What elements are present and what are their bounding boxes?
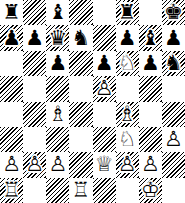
square-a3[interactable] (0, 127, 23, 152)
square-e5[interactable]: ♟♙ (93, 76, 116, 101)
square-b2[interactable]: ♟♙ (23, 152, 46, 177)
square-d7[interactable]: ♞♞ (69, 25, 92, 50)
piece-black-knight-d7[interactable]: ♞ (69, 25, 92, 50)
chess-board-wrap: ♜♜♝♝♜♜♚♚♟♟♟♟♛♛♞♞♟♟♝♝♟♟♟♟♟♟♞♘♟♟♞♞♟♙♝♗♝♗♞♘… (0, 0, 185, 203)
square-g5[interactable] (139, 76, 162, 101)
piece-black-pawn-c6[interactable]: ♟ (46, 51, 69, 76)
square-f5[interactable] (116, 76, 139, 101)
piece-black-king-h8[interactable]: ♚ (162, 0, 185, 25)
square-d1[interactable]: ♜♖ (69, 178, 92, 203)
square-b1[interactable] (23, 178, 46, 203)
square-g6[interactable]: ♟♟ (139, 51, 162, 76)
square-b3[interactable] (23, 127, 46, 152)
piece-black-queen-c7[interactable]: ♛ (46, 25, 69, 50)
square-e7[interactable] (93, 25, 116, 50)
square-e4[interactable] (93, 102, 116, 127)
square-g7[interactable]: ♝♝ (139, 25, 162, 50)
square-h7[interactable]: ♟♟ (162, 25, 185, 50)
piece-black-rook-a8[interactable]: ♜ (0, 0, 23, 25)
piece-black-knight-h6[interactable]: ♞ (162, 51, 185, 76)
piece-black-pawn-h7[interactable]: ♟ (162, 25, 185, 50)
piece-white-rook-d1[interactable]: ♖ (69, 178, 92, 203)
piece-white-pawn-c2[interactable]: ♙ (46, 152, 69, 177)
square-g4[interactable] (139, 102, 162, 127)
square-b8[interactable] (23, 0, 46, 25)
square-c7[interactable]: ♛♛ (46, 25, 69, 50)
square-a4[interactable] (0, 102, 23, 127)
square-d4[interactable] (69, 102, 92, 127)
square-c8[interactable]: ♝♝ (46, 0, 69, 25)
piece-black-bishop-c8[interactable]: ♝ (46, 0, 69, 25)
square-f1[interactable] (116, 178, 139, 203)
square-c2[interactable]: ♟♙ (46, 152, 69, 177)
square-c4[interactable]: ♝♗ (46, 102, 69, 127)
square-h4[interactable] (162, 102, 185, 127)
square-g2[interactable]: ♟♙ (139, 152, 162, 177)
piece-white-pawn-a2[interactable]: ♙ (0, 152, 23, 177)
piece-black-pawn-e6[interactable]: ♟ (93, 51, 116, 76)
piece-black-pawn-g6[interactable]: ♟ (139, 51, 162, 76)
piece-black-pawn-a7[interactable]: ♟ (0, 25, 23, 50)
square-h3[interactable]: ♟♙ (162, 127, 185, 152)
square-f2[interactable]: ♟♙ (116, 152, 139, 177)
square-h8[interactable]: ♚♚ (162, 0, 185, 25)
square-e8[interactable] (93, 0, 116, 25)
square-d8[interactable] (69, 0, 92, 25)
chess-board: ♜♜♝♝♜♜♚♚♟♟♟♟♛♛♞♞♟♟♝♝♟♟♟♟♟♟♞♘♟♟♞♞♟♙♝♗♝♗♞♘… (0, 0, 185, 203)
square-a6[interactable] (0, 51, 23, 76)
square-c5[interactable] (46, 76, 69, 101)
square-d6[interactable] (69, 51, 92, 76)
square-c3[interactable] (46, 127, 69, 152)
piece-white-queen-e2[interactable]: ♕ (93, 152, 116, 177)
square-d2[interactable] (69, 152, 92, 177)
square-e3[interactable] (93, 127, 116, 152)
square-e6[interactable]: ♟♟ (93, 51, 116, 76)
square-a8[interactable]: ♜♜ (0, 0, 23, 25)
square-a5[interactable] (0, 76, 23, 101)
square-f8[interactable]: ♜♜ (116, 0, 139, 25)
square-b6[interactable] (23, 51, 46, 76)
square-a1[interactable]: ♜♖ (0, 178, 23, 203)
piece-white-rook-a1[interactable]: ♖ (0, 178, 23, 203)
square-e1[interactable] (93, 178, 116, 203)
square-d5[interactable] (69, 76, 92, 101)
square-f3[interactable]: ♞♘ (116, 127, 139, 152)
square-g1[interactable]: ♚♔ (139, 178, 162, 203)
square-h5[interactable] (162, 76, 185, 101)
piece-white-pawn-b2[interactable]: ♙ (23, 152, 46, 177)
square-f7[interactable]: ♟♟ (116, 25, 139, 50)
piece-black-bishop-g7[interactable]: ♝ (139, 25, 162, 50)
piece-white-knight-f3[interactable]: ♘ (116, 127, 139, 152)
square-a2[interactable]: ♟♙ (0, 152, 23, 177)
piece-white-pawn-f2[interactable]: ♙ (116, 152, 139, 177)
piece-black-rook-f8[interactable]: ♜ (116, 0, 139, 25)
square-b5[interactable] (23, 76, 46, 101)
square-c6[interactable]: ♟♟ (46, 51, 69, 76)
square-e2[interactable]: ♛♕ (93, 152, 116, 177)
square-b4[interactable] (23, 102, 46, 127)
square-f6[interactable]: ♞♘ (116, 51, 139, 76)
piece-black-pawn-b7[interactable]: ♟ (23, 25, 46, 50)
square-a7[interactable]: ♟♟ (0, 25, 23, 50)
square-g8[interactable] (139, 0, 162, 25)
square-h6[interactable]: ♞♞ (162, 51, 185, 76)
square-f4[interactable]: ♝♗ (116, 102, 139, 127)
piece-white-king-g1[interactable]: ♔ (139, 178, 162, 203)
square-g3[interactable] (139, 127, 162, 152)
square-h1[interactable] (162, 178, 185, 203)
square-c1[interactable] (46, 178, 69, 203)
piece-white-pawn-h3[interactable]: ♙ (162, 127, 185, 152)
piece-white-knight-f6[interactable]: ♘ (116, 51, 139, 76)
piece-white-pawn-e5[interactable]: ♙ (93, 76, 116, 101)
piece-black-pawn-f7[interactable]: ♟ (116, 25, 139, 50)
piece-white-pawn-g2[interactable]: ♙ (139, 152, 162, 177)
piece-white-bishop-f4[interactable]: ♗ (116, 102, 139, 127)
square-d3[interactable] (69, 127, 92, 152)
square-h2[interactable] (162, 152, 185, 177)
square-b7[interactable]: ♟♟ (23, 25, 46, 50)
piece-white-bishop-c4[interactable]: ♗ (46, 102, 69, 127)
